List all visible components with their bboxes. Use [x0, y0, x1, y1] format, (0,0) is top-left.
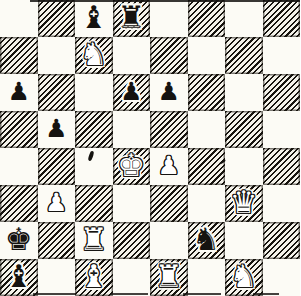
- square-b3: ♟: [38, 185, 76, 222]
- square-d8: ♜: [113, 0, 151, 37]
- square-g1: ♞: [225, 259, 263, 296]
- piece-white-bishop-c1: ♝: [80, 261, 108, 292]
- square-c3: [75, 185, 113, 222]
- square-f3: [188, 185, 226, 222]
- square-e8: [150, 0, 188, 37]
- piece-white-pawn-e4: ♟: [158, 153, 180, 178]
- piece-black-pawn-a6: ♟: [8, 79, 30, 104]
- square-a4: [0, 148, 38, 185]
- square-b5: ♟: [38, 111, 76, 148]
- square-d4: ♚: [113, 148, 151, 185]
- piece-white-rook-e1: ♜: [155, 261, 183, 292]
- piece-black-bishop-c8: ♝: [80, 2, 108, 33]
- square-d1: [113, 259, 151, 296]
- square-c6: [75, 74, 113, 111]
- piece-black-knight-f2: ♞: [192, 224, 220, 255]
- piece-black-king-a2: ♚: [5, 224, 33, 255]
- piece-black-pawn-b5: ♟: [45, 116, 67, 141]
- square-a3: [0, 185, 38, 222]
- chess-diagram: ♝♜♞♟♟♟♟♚♟♟♛♚♜♞♝♝♜♞: [0, 0, 300, 296]
- square-a1: ♝: [0, 259, 38, 296]
- square-h2: [263, 222, 301, 259]
- square-e7: [150, 37, 188, 74]
- piece-black-pawn-d6: ♟: [120, 79, 142, 104]
- square-g5: [225, 111, 263, 148]
- piece-white-pawn-b3: ♟: [45, 190, 67, 215]
- square-d6: ♟: [113, 74, 151, 111]
- piece-black-pawn-e6: ♟: [158, 79, 180, 104]
- square-b2: [38, 222, 76, 259]
- piece-white-king-d4: ♚: [117, 150, 145, 181]
- square-h5: [263, 111, 301, 148]
- square-g4: [225, 148, 263, 185]
- piece-black-bishop-a1: ♝: [5, 261, 33, 292]
- bottom-border-dash: [183, 293, 221, 295]
- square-c2: ♜: [75, 222, 113, 259]
- square-h3: [263, 185, 301, 222]
- piece-white-knight-g1: ♞: [230, 261, 258, 292]
- bottom-border-dash: [33, 293, 75, 295]
- square-b1: [38, 259, 76, 296]
- square-c7: ♞: [75, 37, 113, 74]
- square-g6: [225, 74, 263, 111]
- square-h1: [263, 259, 301, 296]
- piece-white-rook-c2: ♜: [80, 224, 108, 255]
- square-a5: [0, 111, 38, 148]
- square-g8: [225, 0, 263, 37]
- square-d5: [113, 111, 151, 148]
- chess-board: ♝♜♞♟♟♟♟♚♟♟♛♚♜♞♝♝♜♞: [0, 0, 300, 296]
- square-f5: [188, 111, 226, 148]
- bottom-border-dash: [253, 293, 279, 295]
- square-f8: [188, 0, 226, 37]
- piece-white-queen-g3: ♛: [230, 187, 258, 218]
- square-d7: [113, 37, 151, 74]
- bottom-border-dash: [110, 293, 148, 295]
- square-a2: ♚: [0, 222, 38, 259]
- square-b4: [38, 148, 76, 185]
- square-f4: [188, 148, 226, 185]
- piece-black-rook-d8: ♜: [117, 2, 145, 33]
- square-h6: [263, 74, 301, 111]
- square-c1: ♝: [75, 259, 113, 296]
- square-e2: [150, 222, 188, 259]
- square-g2: [225, 222, 263, 259]
- square-b6: [38, 74, 76, 111]
- square-d2: [113, 222, 151, 259]
- square-g3: ♛: [225, 185, 263, 222]
- square-c5: [75, 111, 113, 148]
- square-e5: [150, 111, 188, 148]
- square-e4: ♟: [150, 148, 188, 185]
- square-h7: [263, 37, 301, 74]
- square-d3: [113, 185, 151, 222]
- square-c8: ♝: [75, 0, 113, 37]
- square-h4: [263, 148, 301, 185]
- square-f1: [188, 259, 226, 296]
- square-e6: ♟: [150, 74, 188, 111]
- square-e3: [150, 185, 188, 222]
- square-f2: ♞: [188, 222, 226, 259]
- square-b7: [38, 37, 76, 74]
- square-g7: [225, 37, 263, 74]
- square-f6: [188, 74, 226, 111]
- square-a7: [0, 37, 38, 74]
- square-a6: ♟: [0, 74, 38, 111]
- square-b8: [38, 0, 76, 37]
- square-e1: ♜: [150, 259, 188, 296]
- square-a8: [0, 0, 38, 37]
- square-h8: [263, 0, 301, 37]
- piece-white-knight-c7: ♞: [80, 39, 108, 70]
- square-f7: [188, 37, 226, 74]
- top-border-rule: [30, 0, 300, 2]
